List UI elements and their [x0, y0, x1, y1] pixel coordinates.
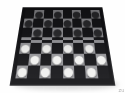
square-r8c8	[96, 66, 109, 79]
black-checker-piece: ●	[34, 10, 43, 18]
square-r1c5	[63, 10, 73, 18]
white-checker-piece: ●	[29, 54, 40, 66]
white-checker-piece: ●	[63, 66, 74, 79]
square-r2c3: ●	[43, 19, 53, 28]
black-checker-piece: ●	[72, 10, 81, 18]
square-r7c5	[63, 54, 74, 66]
white-checker-piece: ●	[52, 54, 62, 66]
square-r2c5: ●	[63, 19, 73, 28]
square-r8c6	[74, 66, 86, 79]
black-checker-piece: ●	[90, 10, 100, 18]
board-perspective-wrapper: ●●●●●●●●●●●●●●●●●●●●●●●●	[10, 7, 116, 86]
square-r8c5: ●	[63, 66, 75, 79]
white-checker-piece: ●	[86, 66, 98, 79]
square-r1c4: ●	[53, 10, 63, 18]
square-r6c4	[52, 43, 63, 54]
square-r3c8: ●	[92, 28, 103, 38]
square-r6c8	[94, 43, 106, 54]
square-r8c3: ●	[39, 66, 51, 79]
white-checker-piece: ●	[95, 54, 107, 66]
board-grid: ●●●●●●●●●●●●●●●●●●●●●●●●	[15, 10, 109, 78]
white-checker-piece: ●	[39, 66, 50, 79]
square-r7c6: ●	[73, 54, 85, 66]
black-checker-piece: ●	[92, 28, 103, 38]
black-checker-piece: ●	[43, 19, 52, 28]
square-r2c8	[91, 19, 102, 28]
white-checker-piece: ●	[63, 43, 73, 54]
square-r3c5	[63, 28, 73, 38]
square-r8c4	[51, 66, 63, 79]
watermark-text: zu	[118, 88, 124, 93]
square-r2c4	[53, 19, 63, 28]
checkers-product-photo: ●●●●●●●●●●●●●●●●●●●●●●●● zu	[0, 0, 125, 93]
square-r1c8: ●	[90, 10, 100, 18]
white-checker-piece: ●	[41, 43, 51, 54]
white-checker-piece: ●	[74, 54, 85, 66]
square-r8c2	[27, 66, 40, 79]
square-r3c3	[42, 28, 53, 38]
black-checker-piece: ●	[73, 28, 83, 38]
white-checker-piece: ●	[84, 43, 95, 54]
black-checker-piece: ●	[53, 28, 62, 38]
square-r7c3	[40, 54, 52, 66]
checkers-board: ●●●●●●●●●●●●●●●●●●●●●●●●	[10, 7, 116, 86]
square-r6c5: ●	[63, 43, 74, 54]
square-r7c4: ●	[51, 54, 62, 66]
square-r6c3: ●	[41, 43, 52, 54]
square-r3c4: ●	[52, 28, 62, 38]
black-checker-piece: ●	[32, 28, 42, 38]
square-r1c3	[43, 10, 53, 18]
square-r7c8: ●	[95, 54, 108, 66]
black-checker-piece: ●	[63, 19, 72, 28]
black-checker-piece: ●	[53, 10, 62, 18]
